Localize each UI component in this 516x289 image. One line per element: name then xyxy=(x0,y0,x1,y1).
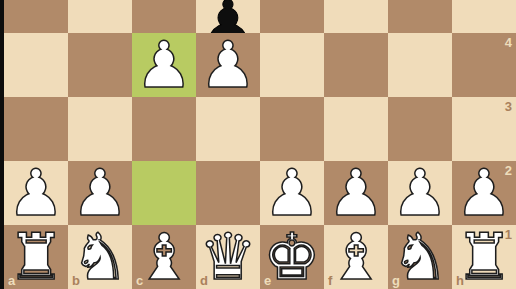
square-f1[interactable]: f♝ xyxy=(324,225,388,289)
piece-white-pawn-icon[interactable]: ♟ xyxy=(388,161,452,225)
rank-label-1: 1 xyxy=(505,228,512,241)
square-a4[interactable] xyxy=(4,33,68,97)
square-d1[interactable]: d♛ xyxy=(196,225,260,289)
square-b3[interactable] xyxy=(68,97,132,161)
square-c1[interactable]: c♝ xyxy=(132,225,196,289)
square-h2[interactable]: 2♟ xyxy=(452,161,516,225)
square-f2[interactable]: ♟ xyxy=(324,161,388,225)
square-b2[interactable]: ♟ xyxy=(68,161,132,225)
square-h5[interactable] xyxy=(452,0,516,33)
file-label-a: a xyxy=(8,274,15,287)
square-e5[interactable] xyxy=(260,0,324,33)
file-label-c: c xyxy=(136,274,143,287)
square-e2[interactable]: ♟ xyxy=(260,161,324,225)
rank-label-4: 4 xyxy=(505,36,512,49)
square-d5[interactable]: ♟ xyxy=(196,0,260,33)
square-a3[interactable] xyxy=(4,97,68,161)
square-c5[interactable] xyxy=(132,0,196,33)
piece-white-pawn-icon[interactable]: ♟ xyxy=(324,161,388,225)
square-d3[interactable] xyxy=(196,97,260,161)
square-f5[interactable] xyxy=(324,0,388,33)
piece-white-king-icon[interactable]: ♚ xyxy=(260,225,324,289)
square-e4[interactable] xyxy=(260,33,324,97)
file-label-d: d xyxy=(200,274,208,287)
square-h1[interactable]: h1♜ xyxy=(452,225,516,289)
square-g1[interactable]: g♞ xyxy=(388,225,452,289)
square-f3[interactable] xyxy=(324,97,388,161)
piece-white-bishop-icon[interactable]: ♝ xyxy=(324,225,388,289)
square-c3[interactable] xyxy=(132,97,196,161)
piece-white-pawn-icon[interactable]: ♟ xyxy=(452,161,516,225)
rank-label-2: 2 xyxy=(505,164,512,177)
square-c4[interactable]: ♟ xyxy=(132,33,196,97)
chess-board-screenshot: ♟♟♟43♟♟♟♟♟2♟a♜b♞c♝d♛e♚f♝g♞h1♜ xyxy=(0,0,516,289)
piece-white-pawn-icon[interactable]: ♟ xyxy=(196,33,260,97)
square-f4[interactable] xyxy=(324,33,388,97)
square-d2[interactable] xyxy=(196,161,260,225)
square-e1[interactable]: e♚ xyxy=(260,225,324,289)
piece-white-pawn-icon[interactable]: ♟ xyxy=(4,161,68,225)
piece-white-pawn-icon[interactable]: ♟ xyxy=(68,161,132,225)
square-a1[interactable]: a♜ xyxy=(4,225,68,289)
piece-white-pawn-icon[interactable]: ♟ xyxy=(260,161,324,225)
square-b5[interactable] xyxy=(68,0,132,33)
piece-white-knight-icon[interactable]: ♞ xyxy=(388,225,452,289)
square-a2[interactable]: ♟ xyxy=(4,161,68,225)
file-label-f: f xyxy=(328,274,332,287)
square-e3[interactable] xyxy=(260,97,324,161)
square-g2[interactable]: ♟ xyxy=(388,161,452,225)
square-d4[interactable]: ♟ xyxy=(196,33,260,97)
square-h3[interactable]: 3 xyxy=(452,97,516,161)
square-b4[interactable] xyxy=(68,33,132,97)
square-g5[interactable] xyxy=(388,0,452,33)
file-label-e: e xyxy=(264,274,271,287)
piece-white-rook-icon[interactable]: ♜ xyxy=(452,225,516,289)
square-a5[interactable] xyxy=(4,0,68,33)
square-h4[interactable]: 4 xyxy=(452,33,516,97)
file-label-h: h xyxy=(456,274,464,287)
piece-white-knight-icon[interactable]: ♞ xyxy=(68,225,132,289)
piece-white-rook-icon[interactable]: ♜ xyxy=(4,225,68,289)
piece-black-pawn-icon[interactable]: ♟ xyxy=(196,0,260,33)
file-label-b: b xyxy=(72,274,80,287)
square-g3[interactable] xyxy=(388,97,452,161)
square-g4[interactable] xyxy=(388,33,452,97)
file-label-g: g xyxy=(392,274,400,287)
square-b1[interactable]: b♞ xyxy=(68,225,132,289)
piece-white-queen-icon[interactable]: ♛ xyxy=(196,225,260,289)
rank-label-3: 3 xyxy=(505,100,512,113)
piece-white-bishop-icon[interactable]: ♝ xyxy=(132,225,196,289)
piece-white-pawn-icon[interactable]: ♟ xyxy=(132,33,196,97)
chess-board: ♟♟♟43♟♟♟♟♟2♟a♜b♞c♝d♛e♚f♝g♞h1♜ xyxy=(4,0,516,289)
square-c2[interactable] xyxy=(132,161,196,225)
